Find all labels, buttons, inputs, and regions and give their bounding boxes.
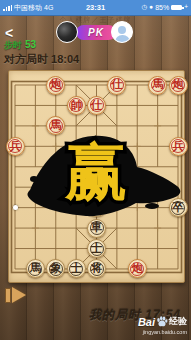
battery-percent: 85% [155,4,169,11]
step-timer-label: 步时 [4,40,22,50]
piece-red-horse[interactable]: 馬 [148,76,167,95]
jingyan-label: 经验 [169,315,187,328]
my-avatar[interactable] [111,21,133,43]
watermark-url: jingyan.baidu.com [138,329,187,335]
win-overlay: 赢 [0,125,191,225]
opponent-timer-value: 18:04 [51,53,79,65]
alarm-icon: ◷ [142,4,148,11]
piece-red-advisor[interactable]: 仕 [87,96,106,115]
play-button[interactable] [5,287,37,303]
play-triangle-icon [12,287,26,303]
carrier-label: 中国移动 [14,3,42,13]
piece-red-general[interactable]: 帥 [67,96,86,115]
opponent-avatar[interactable] [56,21,78,43]
clock-label: 23:31 [86,3,105,12]
pk-badge: PK [76,25,116,40]
watermark: Bai 经验 jingyan.baidu.com [138,315,187,335]
baidu-brand: Bai [138,316,155,328]
piece-black-advisor[interactable]: 士 [87,239,106,258]
status-left: 中国移动 4G [0,3,86,13]
piece-red-cannon[interactable]: 炮 [169,76,188,95]
lock-icon: ● [149,4,153,11]
status-right: ◷ ● 85% + [105,4,191,11]
piece-black-advisor[interactable]: 士 [67,259,86,278]
win-character: 赢 [64,135,127,208]
opponent-timer: 对方局时 18:04 [4,52,79,67]
piece-red-cannon[interactable]: 炮 [46,76,65,95]
my-timer-label: 我的局时 [89,308,141,322]
battery-icon [171,5,182,11]
pk-label: PK [88,27,104,38]
piece-red-advisor[interactable]: 仕 [107,76,126,95]
back-button[interactable]: < [5,26,13,40]
step-timer-value: 53 [25,39,36,50]
network-label: 4G [44,4,53,11]
opponent-timer-label: 对方局时 [4,53,48,65]
status-bar: 中国移动 4G 23:31 ◷ ● 85% + [0,0,191,16]
play-icon [5,288,11,303]
signal-icon [3,5,12,11]
faint-article-title: 个人棋牌／王子棋牌 [0,15,191,25]
person-icon [118,26,126,34]
charging-icon: + [184,4,188,11]
baidu-paw-icon [156,316,168,327]
